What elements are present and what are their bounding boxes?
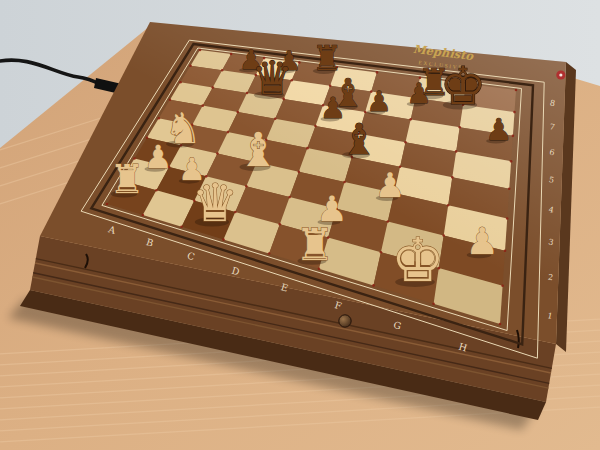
- white-bishop-glyph: ♝: [237, 122, 279, 177]
- led-dot: [387, 220, 390, 223]
- white-king-glyph: ♚: [391, 225, 445, 295]
- led-dot: [343, 181, 346, 184]
- led-dot: [221, 69, 224, 72]
- white-rook-glyph: ♜: [109, 156, 145, 202]
- piece-white-bishop-c3[interactable]: ♝: [237, 122, 279, 177]
- white-queen-glyph: ♛: [192, 173, 239, 233]
- led-dot: [278, 223, 281, 226]
- piece-black-pawn-e7[interactable]: ♟: [366, 85, 391, 118]
- piece-black-bishop-e5[interactable]: ♝: [340, 115, 378, 164]
- led-dot: [155, 189, 158, 192]
- led-dot: [432, 302, 435, 305]
- led-dot: [458, 126, 461, 129]
- piece-black-pawn-h7[interactable]: ♟: [486, 112, 513, 147]
- led-dot: [201, 104, 204, 107]
- led-dot: [380, 251, 383, 254]
- led-dot: [274, 117, 277, 120]
- led-dot: [504, 249, 507, 252]
- piece-white-pawn-f3[interactable]: ♟: [375, 165, 405, 205]
- led-dot: [236, 111, 239, 114]
- white-pawn-glyph: ♟: [465, 220, 498, 263]
- led-dot: [230, 53, 233, 56]
- led-dot: [372, 284, 375, 287]
- led-dot: [298, 170, 301, 173]
- led-dot: [376, 71, 379, 74]
- led-dot: [513, 111, 516, 114]
- piece-white-pawn-a2[interactable]: ♟: [144, 138, 173, 176]
- white-rook-glyph: ♜: [295, 219, 334, 270]
- white-pawn-glyph: ♟: [144, 138, 173, 176]
- drawer-knob[interactable]: [339, 315, 351, 327]
- led-dot: [306, 147, 309, 150]
- piece-white-pawn-h3[interactable]: ♟: [465, 220, 498, 263]
- piece-white-king-g1[interactable]: ♚: [391, 225, 445, 295]
- piece-black-king-g8[interactable]: ♚: [440, 56, 487, 116]
- white-pawn-glyph: ♟: [375, 165, 405, 205]
- led-dot: [404, 141, 407, 144]
- led-dot: [499, 323, 502, 326]
- piece-black-queen-c6[interactable]: ♛: [251, 51, 292, 105]
- led-dot: [216, 152, 219, 155]
- led-dot: [451, 176, 454, 179]
- piece-white-rook-e1[interactable]: ♜: [295, 219, 334, 270]
- piece-white-queen-c1[interactable]: ♛: [192, 173, 239, 233]
- led-dot: [179, 81, 182, 84]
- led-dot: [189, 64, 192, 67]
- led-dot: [158, 117, 161, 120]
- led-dot: [314, 125, 317, 128]
- black-bishop-glyph: ♝: [340, 115, 378, 164]
- piece-white-rook-a1[interactable]: ♜: [109, 156, 145, 202]
- led-dot: [180, 225, 183, 228]
- black-pawn-glyph: ♟: [486, 112, 513, 147]
- black-king-glyph: ♚: [440, 56, 487, 116]
- led-dot: [199, 49, 202, 52]
- led-dot: [227, 131, 230, 134]
- led-dot: [169, 98, 172, 101]
- led-dot: [268, 252, 271, 255]
- led-dot: [409, 118, 412, 121]
- led-dot: [288, 196, 291, 199]
- photo-of-chess-computer: ABCDEFGH87654321MephistoEXCLUSIVE♟♜♟♛♜♟♚…: [0, 0, 600, 450]
- led-dot: [510, 160, 513, 163]
- black-pawn-glyph: ♟: [366, 85, 391, 118]
- scene-svg: ABCDEFGH87654321MephistoEXCLUSIVE♟♜♟♛♜♟♚…: [0, 0, 600, 450]
- brand-logo-dot-center: [559, 73, 562, 76]
- led-dot: [455, 150, 458, 153]
- led-dot: [222, 238, 225, 241]
- led-dot: [245, 185, 248, 188]
- led-dot: [447, 204, 450, 207]
- piece-black-pawn-f7[interactable]: ♟: [406, 77, 431, 110]
- led-dot: [501, 284, 504, 287]
- led-dot: [106, 203, 109, 206]
- led-dot: [211, 86, 214, 89]
- led-dot: [506, 217, 509, 220]
- led-dot: [508, 188, 511, 191]
- black-queen-glyph: ♛: [251, 51, 292, 105]
- led-dot: [515, 89, 518, 92]
- black-pawn-glyph: ♟: [406, 77, 431, 110]
- led-dot: [142, 214, 145, 217]
- led-dot: [246, 92, 249, 95]
